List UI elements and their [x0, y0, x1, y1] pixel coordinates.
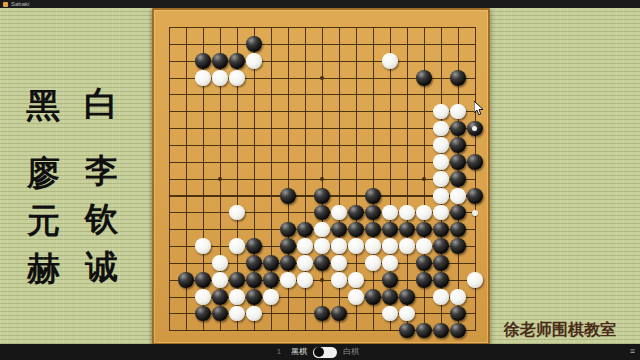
- black-stone: [246, 289, 262, 305]
- white-stone: [331, 255, 347, 271]
- black-player-name: 廖元赫: [27, 156, 60, 285]
- black-stone: [314, 306, 330, 322]
- white-player-label: 白: [84, 86, 118, 120]
- white-stone: [246, 53, 262, 69]
- white-player-name: 李钦诚: [85, 154, 118, 283]
- black-stone: [212, 306, 228, 322]
- white-stone: [382, 238, 398, 254]
- black-stone: [416, 222, 432, 238]
- white-stone: [348, 238, 364, 254]
- white-stone: [246, 306, 262, 322]
- black-stone: [399, 289, 415, 305]
- toggle-knob-icon: [314, 347, 324, 357]
- white-stone: [382, 255, 398, 271]
- white-stone: [467, 272, 483, 288]
- white-stone: [433, 289, 449, 305]
- black-stone: [450, 238, 466, 254]
- black-stone: [280, 188, 296, 204]
- black-stone: [433, 222, 449, 238]
- white-stone: [382, 306, 398, 322]
- white-stone: [382, 205, 398, 221]
- last-move-marker: [472, 126, 477, 131]
- black-stone: [365, 222, 381, 238]
- black-stone: [263, 272, 279, 288]
- black-stone: [450, 70, 466, 86]
- player-name-char: 廖: [27, 156, 60, 189]
- annotation-dot: [472, 210, 478, 216]
- black-stone: [229, 272, 245, 288]
- white-stone: [229, 238, 245, 254]
- player-name-char: 元: [27, 204, 60, 237]
- white-stone: [331, 205, 347, 221]
- black-player-label: 黑: [26, 88, 60, 122]
- white-stone: [212, 255, 228, 271]
- white-toggle-label: 白棋: [343, 348, 359, 356]
- white-stone: [433, 104, 449, 120]
- black-stone: [450, 205, 466, 221]
- black-stone: [399, 323, 415, 339]
- hamburger-menu-icon[interactable]: ≡: [630, 347, 635, 356]
- go-grid[interactable]: [160, 19, 483, 339]
- black-stone: [280, 255, 296, 271]
- white-stone: [195, 70, 211, 86]
- black-stone: [450, 222, 466, 238]
- white-stone: [399, 306, 415, 322]
- white-stone: [297, 272, 313, 288]
- white-stone: [297, 255, 313, 271]
- black-stone: [246, 36, 262, 52]
- white-stone: [280, 272, 296, 288]
- black-stone: [331, 306, 347, 322]
- white-stone: [314, 222, 330, 238]
- black-toggle-label: 黑棋: [291, 348, 307, 356]
- white-stone: [433, 188, 449, 204]
- black-stone: [450, 171, 466, 187]
- black-stone: [246, 272, 262, 288]
- black-stone: [229, 53, 245, 69]
- black-stone: [280, 222, 296, 238]
- black-stone: [348, 205, 364, 221]
- black-stone: [195, 53, 211, 69]
- black-stone: [212, 289, 228, 305]
- white-stone: [331, 238, 347, 254]
- mouse-cursor-icon: [474, 101, 484, 120]
- player-name-char: 赫: [27, 252, 60, 285]
- window-title: Sabaki: [11, 1, 29, 7]
- black-stone: [433, 272, 449, 288]
- white-stone: [195, 238, 211, 254]
- black-stone: [467, 121, 483, 137]
- white-stone: [433, 205, 449, 221]
- white-stone: [229, 205, 245, 221]
- black-stone: [416, 323, 432, 339]
- black-stone: [195, 272, 211, 288]
- black-stone: [467, 154, 483, 170]
- white-stone: [365, 255, 381, 271]
- white-stone: [348, 272, 364, 288]
- black-stone: [178, 272, 194, 288]
- black-stone: [331, 222, 347, 238]
- black-stone: [450, 323, 466, 339]
- white-stone: [229, 289, 245, 305]
- black-stone: [450, 306, 466, 322]
- white-stone: [229, 70, 245, 86]
- black-stone: [450, 154, 466, 170]
- white-stone: [314, 238, 330, 254]
- white-stone: [195, 289, 211, 305]
- black-stone: [433, 255, 449, 271]
- black-stone: [467, 188, 483, 204]
- move-number-badge: 1: [277, 348, 281, 356]
- app-window: Sabaki 黑 白 廖元赫 李钦诚 徐老师围棋教室 1 黑棋 白棋 ≡: [0, 0, 640, 360]
- white-stone: [450, 289, 466, 305]
- white-stone: [450, 188, 466, 204]
- white-stone: [263, 289, 279, 305]
- white-stone: [399, 205, 415, 221]
- white-stone: [433, 137, 449, 153]
- black-stone: [416, 255, 432, 271]
- white-stone: [365, 238, 381, 254]
- white-stone: [331, 272, 347, 288]
- black-stone: [382, 289, 398, 305]
- player-name-char: 李: [85, 154, 118, 187]
- black-stone: [416, 272, 432, 288]
- go-board[interactable]: [152, 8, 490, 345]
- black-stone: [314, 205, 330, 221]
- black-stone: [263, 255, 279, 271]
- white-stone: [399, 238, 415, 254]
- black-stone: [382, 222, 398, 238]
- black-stone: [280, 238, 296, 254]
- white-stone: [212, 70, 228, 86]
- black-stone: [365, 188, 381, 204]
- white-stone: [416, 205, 432, 221]
- title-bar: Sabaki: [0, 0, 640, 8]
- app-icon: [3, 2, 8, 7]
- black-stone: [433, 238, 449, 254]
- channel-caption: 徐老师围棋教室: [504, 321, 616, 339]
- black-stone: [348, 222, 364, 238]
- white-stone: [433, 121, 449, 137]
- white-stone: [382, 53, 398, 69]
- black-stone: [365, 205, 381, 221]
- black-stone: [246, 238, 262, 254]
- black-stone: [416, 70, 432, 86]
- black-stone: [382, 272, 398, 288]
- black-stone: [365, 289, 381, 305]
- player-name-char: 诚: [85, 250, 118, 283]
- black-stone: [246, 255, 262, 271]
- black-stone: [314, 255, 330, 271]
- black-stone: [212, 53, 228, 69]
- white-stone: [297, 238, 313, 254]
- white-stone: [212, 272, 228, 288]
- white-stone: [348, 289, 364, 305]
- black-stone: [399, 222, 415, 238]
- white-stone: [433, 171, 449, 187]
- color-toggle-switch[interactable]: [313, 347, 337, 358]
- black-stone: [314, 188, 330, 204]
- black-stone: [195, 306, 211, 322]
- white-stone: [229, 306, 245, 322]
- white-stone: [433, 154, 449, 170]
- white-stone: [450, 104, 466, 120]
- bottom-bar: 1 黑棋 白棋: [0, 344, 640, 360]
- white-stone: [416, 238, 432, 254]
- black-stone: [297, 222, 313, 238]
- black-stone: [433, 323, 449, 339]
- player-name-char: 钦: [85, 202, 118, 235]
- black-stone: [450, 121, 466, 137]
- black-stone: [450, 137, 466, 153]
